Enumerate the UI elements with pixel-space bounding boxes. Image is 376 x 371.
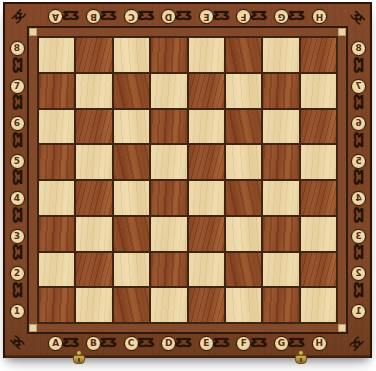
- square-b7[interactable]: [76, 74, 111, 108]
- scroll-ornament-icon: ƷƸ: [348, 334, 366, 352]
- file-label: H: [312, 9, 327, 24]
- scroll-ornament-icon: ƸƷ: [352, 94, 364, 109]
- rank-label: 4: [10, 191, 25, 206]
- square-e8[interactable]: [189, 38, 224, 72]
- brass-clasp-left: [72, 350, 86, 366]
- square-g6[interactable]: [263, 110, 298, 144]
- rank-label: 8: [351, 41, 366, 56]
- square-c2[interactable]: [114, 253, 149, 287]
- scroll-ornament-icon: ƷƸ: [9, 8, 27, 26]
- square-b2[interactable]: [76, 253, 111, 287]
- square-c5[interactable]: [114, 145, 149, 179]
- cream-corner-inlay: [338, 324, 346, 332]
- square-d5[interactable]: [151, 145, 186, 179]
- square-e4[interactable]: [189, 181, 224, 215]
- square-c4[interactable]: [114, 181, 149, 215]
- square-h3[interactable]: [301, 217, 336, 251]
- square-a2[interactable]: [39, 253, 74, 287]
- file-labels-top: AƸƷBƸƷCƸƷDƸƷEƸƷFƸƷGƸƷH: [37, 4, 338, 28]
- scroll-ornament-icon: ƷƸ: [9, 334, 27, 352]
- square-c6[interactable]: [114, 110, 149, 144]
- scroll-ornament-icon: ƸƷ: [11, 281, 23, 296]
- rank-label: 2: [351, 266, 366, 281]
- file-label: G: [274, 9, 289, 24]
- cream-corner-inlay: [29, 28, 37, 36]
- square-d6[interactable]: [151, 110, 186, 144]
- scroll-ornament-icon: ƸƷ: [352, 56, 364, 71]
- square-c8[interactable]: [114, 38, 149, 72]
- square-g3[interactable]: [263, 217, 298, 251]
- chess-board: ƷƸ ƷƸ ƷƸ ƷƸ AƸƷBƸƷCƸƷDƸƷEƸƷFƸƷGƸƷH AƸƷBƸ…: [3, 2, 372, 358]
- square-e7[interactable]: [189, 74, 224, 108]
- scroll-ornament-icon: ƸƷ: [11, 169, 23, 184]
- file-label: H: [312, 336, 327, 351]
- rank-label: 3: [351, 229, 366, 244]
- file-label: E: [199, 336, 214, 351]
- square-g2[interactable]: [263, 253, 298, 287]
- square-f1[interactable]: [226, 288, 261, 322]
- scroll-ornament-icon: ƷƸ: [348, 8, 366, 26]
- rank-label: 8: [10, 41, 25, 56]
- square-c3[interactable]: [114, 217, 149, 251]
- board-grid: [37, 36, 338, 324]
- clasp-slit: [300, 358, 302, 362]
- scroll-ornament-icon: ƸƷ: [352, 244, 364, 259]
- square-b5[interactable]: [76, 145, 111, 179]
- square-h4[interactable]: [301, 181, 336, 215]
- square-h6[interactable]: [301, 110, 336, 144]
- rank-label: 1: [351, 304, 366, 319]
- square-e1[interactable]: [189, 288, 224, 322]
- clasp-slit: [78, 358, 80, 362]
- square-b4[interactable]: [76, 181, 111, 215]
- square-b6[interactable]: [76, 110, 111, 144]
- square-f2[interactable]: [226, 253, 261, 287]
- square-g5[interactable]: [263, 145, 298, 179]
- square-c7[interactable]: [114, 74, 149, 108]
- photo-stage: ƷƸ ƷƸ ƷƸ ƷƸ AƸƷBƸƷCƸƷDƸƷEƸƷFƸƷGƸƷH AƸƷBƸ…: [0, 0, 376, 371]
- rank-label: 6: [10, 116, 25, 131]
- scroll-ornament-icon: ƸƷ: [11, 94, 23, 109]
- rank-label: 5: [10, 154, 25, 169]
- scroll-ornament-icon: ƸƷ: [352, 281, 364, 296]
- file-label: F: [236, 336, 251, 351]
- square-c1[interactable]: [114, 288, 149, 322]
- rank-label: 4: [351, 191, 366, 206]
- square-f6[interactable]: [226, 110, 261, 144]
- rank-label: 1: [10, 304, 25, 319]
- cream-corner-inlay: [29, 324, 37, 332]
- square-e2[interactable]: [189, 253, 224, 287]
- square-b1[interactable]: [76, 288, 111, 322]
- square-h2[interactable]: [301, 253, 336, 287]
- scroll-ornament-icon: ƸƷ: [11, 131, 23, 146]
- square-b8[interactable]: [76, 38, 111, 72]
- cream-corner-inlay: [338, 28, 346, 36]
- square-h1[interactable]: [301, 288, 336, 322]
- brass-clasp-right: [294, 350, 308, 366]
- scroll-ornament-icon: ƸƷ: [11, 206, 23, 221]
- square-d1[interactable]: [151, 288, 186, 322]
- square-f5[interactable]: [226, 145, 261, 179]
- scroll-ornament-icon: ƸƷ: [352, 169, 364, 184]
- square-f4[interactable]: [226, 181, 261, 215]
- square-d7[interactable]: [151, 74, 186, 108]
- file-label: B: [86, 9, 101, 24]
- file-label-slot: H: [300, 336, 338, 351]
- file-label: B: [86, 336, 101, 351]
- square-a3[interactable]: [39, 217, 74, 251]
- square-a5[interactable]: [39, 145, 74, 179]
- square-d2[interactable]: [151, 253, 186, 287]
- square-a1[interactable]: [39, 288, 74, 322]
- square-d8[interactable]: [151, 38, 186, 72]
- file-label: A: [48, 336, 63, 351]
- square-h8[interactable]: [301, 38, 336, 72]
- scroll-ornament-icon: ƸƷ: [11, 244, 23, 259]
- square-a7[interactable]: [39, 74, 74, 108]
- file-label: E: [199, 9, 214, 24]
- square-f3[interactable]: [226, 217, 261, 251]
- file-label: G: [274, 336, 289, 351]
- file-label: A: [48, 9, 63, 24]
- square-d4[interactable]: [151, 181, 186, 215]
- square-g4[interactable]: [263, 181, 298, 215]
- square-g1[interactable]: [263, 288, 298, 322]
- square-g8[interactable]: [263, 38, 298, 72]
- rank-label: 7: [10, 79, 25, 94]
- rank-label: 7: [351, 79, 366, 94]
- square-g7[interactable]: [263, 74, 298, 108]
- square-h7[interactable]: [301, 74, 336, 108]
- rank-label: 3: [10, 229, 25, 244]
- rank-labels-right: 8ƸƷ7ƸƷ6ƸƷ5ƸƷ4ƸƷ3ƸƷ2ƸƷ1: [346, 36, 370, 324]
- square-a8[interactable]: [39, 38, 74, 72]
- square-d3[interactable]: [151, 217, 186, 251]
- file-label: D: [161, 9, 176, 24]
- square-e3[interactable]: [189, 217, 224, 251]
- scroll-ornament-icon: ƸƷ: [352, 206, 364, 221]
- rank-label-slot: 1: [351, 299, 366, 325]
- rank-labels-left: 8ƸƷ7ƸƷ6ƸƷ5ƸƷ4ƸƷ3ƸƷ2ƸƷ1: [5, 36, 29, 324]
- square-h5[interactable]: [301, 145, 336, 179]
- file-label: C: [124, 9, 139, 24]
- file-label: C: [124, 336, 139, 351]
- square-b3[interactable]: [76, 217, 111, 251]
- file-label: F: [236, 9, 251, 24]
- square-e6[interactable]: [189, 110, 224, 144]
- square-a4[interactable]: [39, 181, 74, 215]
- square-e5[interactable]: [189, 145, 224, 179]
- rank-label: 2: [10, 266, 25, 281]
- file-label: D: [161, 336, 176, 351]
- scroll-ornament-icon: ƸƷ: [11, 56, 23, 71]
- square-a6[interactable]: [39, 110, 74, 144]
- scroll-ornament-icon: ƸƷ: [352, 131, 364, 146]
- file-label-slot: H: [300, 9, 338, 24]
- rank-label: 5: [351, 154, 366, 169]
- rank-label-slot: 1: [10, 299, 25, 325]
- square-f8[interactable]: [226, 38, 261, 72]
- square-f7[interactable]: [226, 74, 261, 108]
- rank-label: 6: [351, 116, 366, 131]
